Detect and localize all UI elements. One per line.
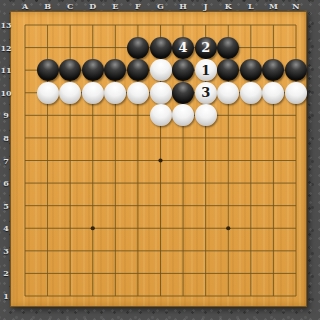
row-label: 7 [0,156,12,166]
row-label: 5 [0,201,12,211]
white-stone-b10 [37,82,59,104]
row-label: 10 [0,88,12,98]
hoshi-point [91,226,95,230]
column-label: D [86,1,100,11]
black-stone-k12 [217,37,239,59]
column-label: M [266,1,280,11]
white-stone-l10 [240,82,262,104]
white-stone-n10 [285,82,307,104]
white-stone-d10 [82,82,104,104]
white-stone-g9 [150,104,172,126]
black-stone-h10 [172,82,194,104]
move-number: 1 [201,64,210,77]
column-label: F [131,1,145,11]
move-number: 4 [179,41,188,54]
white-stone-j9 [195,104,217,126]
column-label: G [154,1,168,11]
row-label: 6 [0,178,12,188]
black-stone-f12 [127,37,149,59]
hoshi-point [226,226,230,230]
column-label: N [289,1,303,11]
row-label: 8 [0,133,12,143]
column-label: L [244,1,258,11]
hoshi-point [158,158,162,162]
row-label: 4 [0,223,12,233]
row-label: 3 [0,246,12,256]
black-stone-f11 [127,59,149,81]
white-stone-f10 [127,82,149,104]
row-label: 12 [0,43,12,53]
white-stone-e10 [104,82,126,104]
go-diagram: ABCDEFGHJKLMN 13121110987654321 4213 [0,0,320,320]
black-stone-l11 [240,59,262,81]
white-stone-j11: 1 [195,59,217,81]
white-stone-j10: 3 [195,82,217,104]
column-label: A [18,1,32,11]
white-stone-g10 [150,82,172,104]
black-stone-n11 [285,59,307,81]
row-label: 13 [0,20,12,30]
black-stone-g12 [150,37,172,59]
move-number: 3 [201,86,210,99]
black-stone-j12: 2 [195,37,217,59]
column-label: B [41,1,55,11]
row-label: 2 [0,268,12,278]
move-number: 2 [201,41,210,54]
black-stone-d11 [82,59,104,81]
column-label: H [176,1,190,11]
row-label: 11 [0,65,12,75]
column-label: J [199,1,213,11]
row-label: 9 [0,110,12,120]
column-label: K [221,1,235,11]
white-stone-c10 [59,82,81,104]
column-label: E [108,1,122,11]
white-stone-g11 [150,59,172,81]
white-stone-m10 [262,82,284,104]
column-label: C [63,1,77,11]
white-stone-k10 [217,82,239,104]
black-stone-b11 [37,59,59,81]
black-stone-h12: 4 [172,37,194,59]
row-label: 1 [0,291,12,301]
